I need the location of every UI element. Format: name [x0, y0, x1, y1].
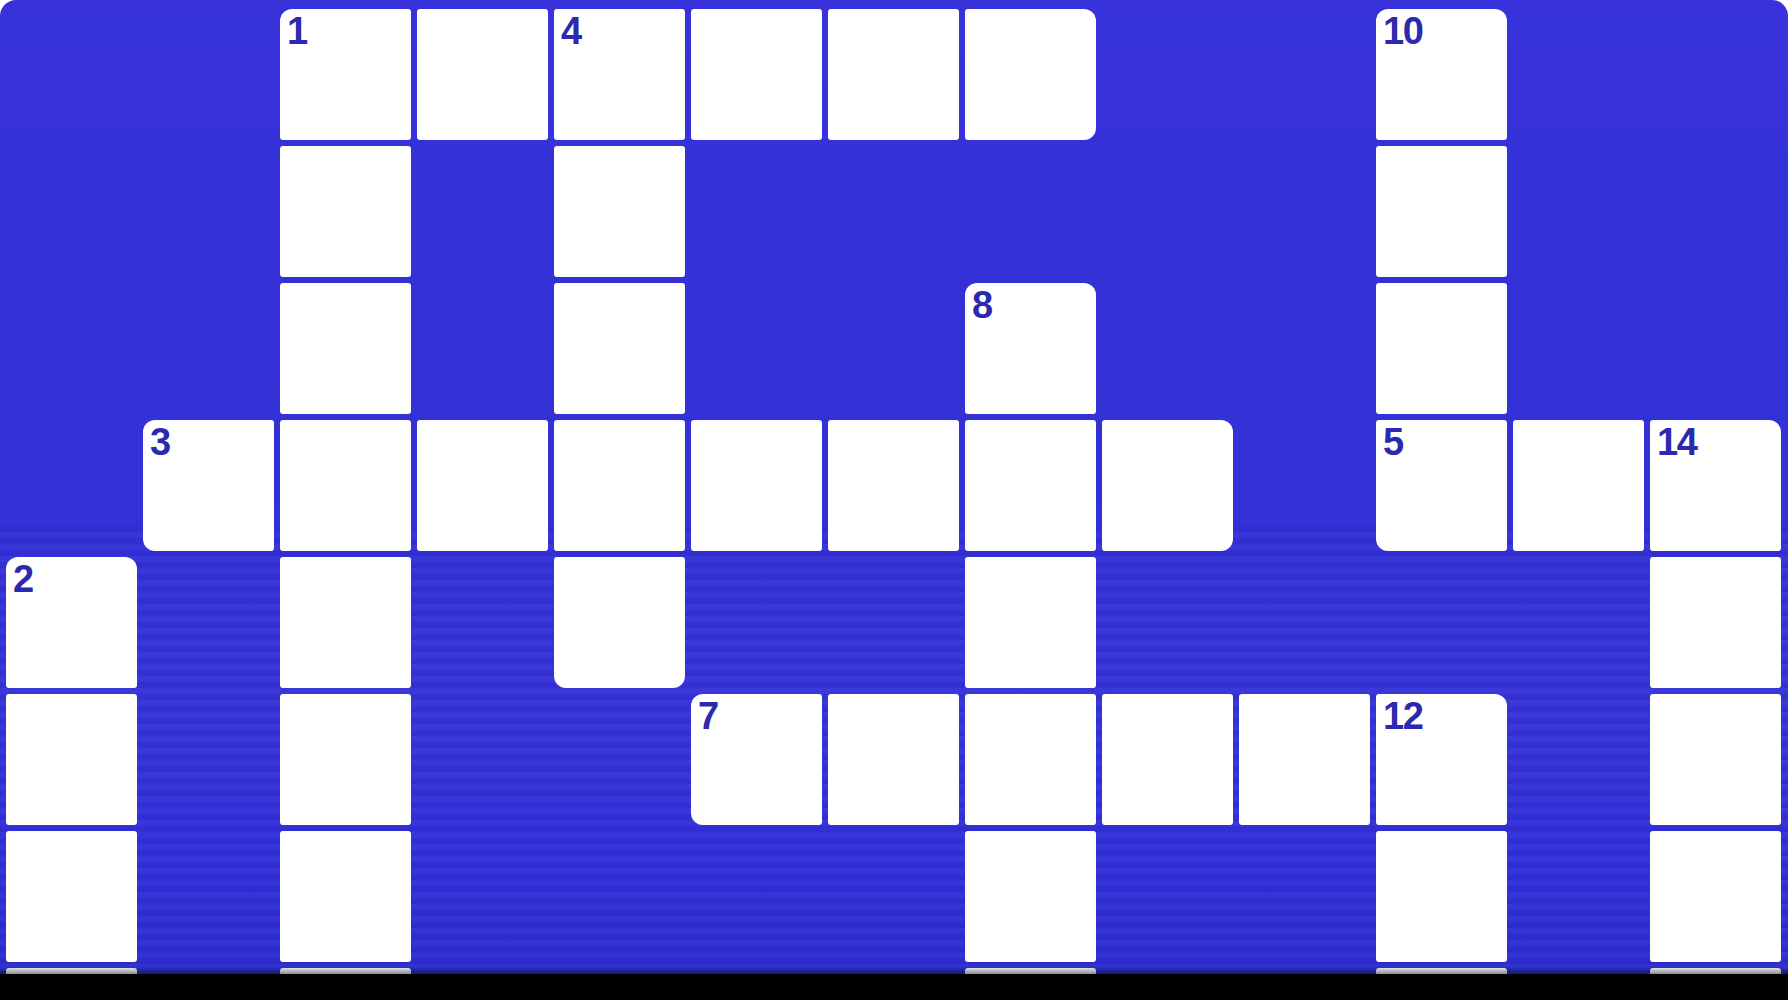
clue-number-4: 4 [561, 9, 581, 54]
cell-r4c0[interactable]: 2 [6, 557, 137, 688]
cell-r2c4[interactable] [554, 283, 685, 414]
cell-r5c7[interactable] [965, 694, 1096, 825]
clue-number-12: 12 [1383, 694, 1422, 739]
cell-r5c0[interactable] [6, 694, 137, 825]
cell-r3c2[interactable] [280, 420, 411, 551]
cell-r5c8[interactable] [1102, 694, 1233, 825]
cell-r3c1[interactable]: 3 [143, 420, 274, 551]
cell-r4c12[interactable] [1650, 557, 1781, 688]
cell-r3c3[interactable] [417, 420, 548, 551]
cell-r3c12[interactable]: 14 [1650, 420, 1781, 551]
cell-r6c7[interactable] [965, 831, 1096, 962]
cell-r3c11[interactable] [1513, 420, 1644, 551]
crossword-page: 1410835142712 [0, 0, 1788, 1000]
cell-r4c2[interactable] [280, 557, 411, 688]
cell-r6c0[interactable] [6, 831, 137, 962]
cell-r2c2[interactable] [280, 283, 411, 414]
crossword-board: 1410835142712 [0, 0, 1788, 974]
crossword-grid: 1410835142712 [6, 9, 1781, 974]
cell-r6c2[interactable] [280, 831, 411, 962]
cell-r3c5[interactable] [691, 420, 822, 551]
letterbox-bottom [0, 974, 1788, 1000]
cell-r6c10[interactable] [1376, 831, 1507, 962]
clue-number-10: 10 [1383, 9, 1422, 54]
clue-number-7: 7 [698, 694, 718, 739]
cell-r0c2[interactable]: 1 [280, 9, 411, 140]
cell-r0c10[interactable]: 10 [1376, 9, 1507, 140]
cell-r5c6[interactable] [828, 694, 959, 825]
cell-r2c10[interactable] [1376, 283, 1507, 414]
cell-r1c10[interactable] [1376, 146, 1507, 277]
cell-r3c8[interactable] [1102, 420, 1233, 551]
cell-r0c5[interactable] [691, 9, 822, 140]
clue-number-14: 14 [1657, 420, 1696, 465]
clue-number-5: 5 [1383, 420, 1403, 465]
cell-r5c12[interactable] [1650, 694, 1781, 825]
cell-r3c4[interactable] [554, 420, 685, 551]
cell-r6c12[interactable] [1650, 831, 1781, 962]
cell-r0c6[interactable] [828, 9, 959, 140]
clue-number-1: 1 [287, 9, 307, 54]
cell-r4c4[interactable] [554, 557, 685, 688]
cell-r0c4[interactable]: 4 [554, 9, 685, 140]
cell-r2c7[interactable]: 8 [965, 283, 1096, 414]
clue-number-8: 8 [972, 283, 992, 328]
cell-r1c4[interactable] [554, 146, 685, 277]
cell-r5c2[interactable] [280, 694, 411, 825]
cell-r1c2[interactable] [280, 146, 411, 277]
cell-r5c9[interactable] [1239, 694, 1370, 825]
clue-number-3: 3 [150, 420, 170, 465]
cell-r4c7[interactable] [965, 557, 1096, 688]
cell-r5c5[interactable]: 7 [691, 694, 822, 825]
clue-number-2: 2 [13, 557, 33, 602]
cell-r3c10[interactable]: 5 [1376, 420, 1507, 551]
cell-r0c3[interactable] [417, 9, 548, 140]
cell-r3c6[interactable] [828, 420, 959, 551]
cell-r5c10[interactable]: 12 [1376, 694, 1507, 825]
cell-r3c7[interactable] [965, 420, 1096, 551]
cell-r0c7[interactable] [965, 9, 1096, 140]
